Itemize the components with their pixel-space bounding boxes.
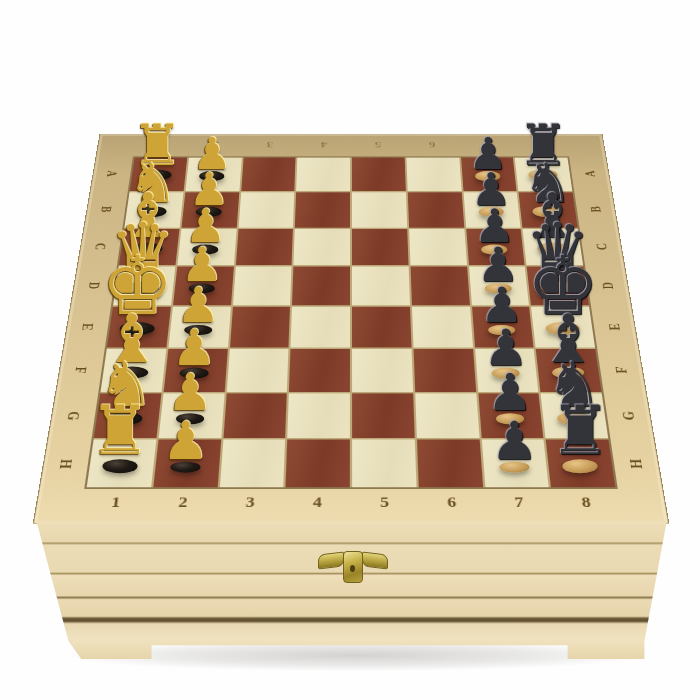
clasp-keyhole-icon	[350, 565, 355, 572]
square-e6[interactable]	[412, 307, 473, 348]
square-a6[interactable]	[406, 158, 461, 191]
square-h8[interactable]	[546, 440, 615, 488]
file-label-left-D: D	[85, 278, 103, 294]
square-d4[interactable]	[292, 267, 350, 306]
square-d5[interactable]	[352, 267, 410, 306]
square-f5[interactable]	[352, 349, 413, 392]
square-h1[interactable]	[87, 440, 156, 488]
file-label-left-A: A	[103, 167, 120, 181]
file-label-left-E: E	[78, 318, 97, 335]
square-d1[interactable]	[113, 267, 175, 306]
file-label-right-B: B	[587, 202, 604, 217]
rank-label-bottom-2: 2	[169, 496, 197, 510]
square-e7[interactable]	[472, 307, 534, 348]
square-g1[interactable]	[94, 393, 161, 438]
square-h3[interactable]	[219, 440, 285, 488]
square-a3[interactable]	[241, 158, 296, 191]
square-b5[interactable]	[352, 192, 407, 227]
square-c1[interactable]	[119, 229, 179, 266]
square-a8[interactable]	[515, 158, 572, 191]
square-d2[interactable]	[173, 267, 234, 306]
square-h6[interactable]	[417, 440, 483, 488]
square-g2[interactable]	[158, 393, 224, 438]
square-b6[interactable]	[408, 192, 464, 227]
file-label-right-D: D	[599, 278, 617, 294]
square-g4[interactable]	[288, 393, 350, 438]
square-c7[interactable]	[466, 229, 525, 266]
rank-label-top-8: 8	[529, 140, 552, 149]
square-h5[interactable]	[352, 440, 416, 488]
rank-label-bottom-6: 6	[438, 496, 466, 510]
square-f1[interactable]	[101, 349, 166, 392]
square-g8[interactable]	[541, 393, 608, 438]
square-g3[interactable]	[223, 393, 287, 438]
file-label-right-F: F	[611, 361, 630, 379]
square-a2[interactable]	[185, 158, 241, 191]
rank-label-top-1: 1	[150, 140, 173, 149]
rank-label-top-5: 5	[367, 140, 389, 149]
chess-set-photo: ABCDEFGHABCDEFGH1234567812345678 ♜♟♟♜♞♟♟…	[0, 0, 700, 700]
file-label-left-F: F	[71, 361, 90, 379]
rank-label-bottom-7: 7	[505, 496, 533, 510]
rank-label-top-2: 2	[205, 140, 227, 149]
square-e3[interactable]	[230, 307, 291, 348]
file-label-right-E: E	[605, 318, 624, 335]
floor-shadow	[70, 645, 640, 671]
square-e8[interactable]	[531, 307, 595, 348]
square-d7[interactable]	[469, 267, 530, 306]
rank-label-top-3: 3	[259, 140, 281, 149]
rank-label-bottom-1: 1	[101, 496, 130, 510]
chess-board: ABCDEFGHABCDEFGH1234567812345678	[33, 134, 670, 525]
square-g5[interactable]	[352, 393, 414, 438]
rank-label-bottom-8: 8	[572, 496, 601, 510]
square-c6[interactable]	[409, 229, 467, 266]
square-d3[interactable]	[233, 267, 292, 306]
file-label-right-H: H	[626, 454, 647, 474]
file-label-right-G: G	[618, 406, 638, 425]
square-e2[interactable]	[168, 307, 230, 348]
square-a5[interactable]	[352, 158, 406, 191]
square-c5[interactable]	[352, 229, 408, 266]
square-f3[interactable]	[226, 349, 288, 392]
file-label-right-A: A	[582, 167, 599, 181]
square-c8[interactable]	[523, 229, 583, 266]
square-d8[interactable]	[527, 267, 589, 306]
file-label-left-H: H	[56, 454, 77, 474]
square-b4[interactable]	[295, 192, 350, 227]
square-h2[interactable]	[153, 440, 221, 488]
square-a4[interactable]	[296, 158, 350, 191]
square-f8[interactable]	[536, 349, 601, 392]
rank-label-bottom-3: 3	[236, 496, 264, 510]
square-a1[interactable]	[130, 158, 187, 191]
square-c4[interactable]	[294, 229, 350, 266]
file-label-right-C: C	[593, 239, 611, 254]
rank-label-top-6: 6	[421, 140, 443, 149]
board-grid	[84, 156, 618, 489]
square-a7[interactable]	[461, 158, 517, 191]
storage-box-front	[30, 521, 670, 659]
square-d6[interactable]	[410, 267, 469, 306]
file-label-left-C: C	[91, 239, 109, 254]
square-e1[interactable]	[107, 307, 171, 348]
square-b3[interactable]	[238, 192, 294, 227]
square-b1[interactable]	[124, 192, 183, 227]
file-label-left-B: B	[98, 202, 115, 217]
rank-label-bottom-4: 4	[304, 496, 331, 510]
square-h4[interactable]	[286, 440, 350, 488]
square-f6[interactable]	[413, 349, 475, 392]
square-g6[interactable]	[415, 393, 479, 438]
square-f2[interactable]	[163, 349, 227, 392]
square-h7[interactable]	[481, 440, 549, 488]
square-c2[interactable]	[177, 229, 236, 266]
square-g7[interactable]	[478, 393, 544, 438]
rank-label-top-7: 7	[475, 140, 497, 149]
square-f7[interactable]	[475, 349, 539, 392]
file-label-left-G: G	[64, 406, 84, 425]
square-f4[interactable]	[289, 349, 350, 392]
square-b8[interactable]	[519, 192, 578, 227]
clasp-right-scroll	[362, 552, 388, 570]
rank-label-bottom-5: 5	[371, 496, 398, 510]
square-e5[interactable]	[352, 307, 411, 348]
clasp-left-scroll	[318, 552, 344, 570]
square-b2[interactable]	[181, 192, 239, 227]
square-e4[interactable]	[291, 307, 350, 348]
rank-label-top-4: 4	[313, 140, 335, 149]
square-b7[interactable]	[463, 192, 521, 227]
square-c3[interactable]	[235, 229, 293, 266]
